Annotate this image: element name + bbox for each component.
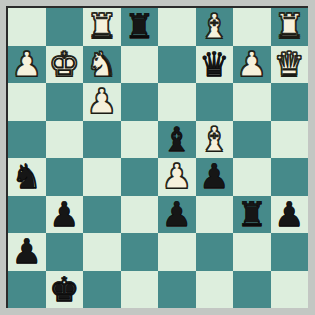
square-b8[interactable]: [46, 8, 84, 46]
white-pawn[interactable]: ♟: [12, 46, 42, 84]
square-h4[interactable]: [271, 158, 309, 196]
black-pawn[interactable]: ♟: [12, 233, 42, 271]
square-e8[interactable]: [158, 8, 196, 46]
square-c4[interactable]: [83, 158, 121, 196]
black-rook[interactable]: ♜: [237, 196, 267, 234]
square-g2[interactable]: [233, 233, 271, 271]
square-d4[interactable]: [121, 158, 159, 196]
black-pawn[interactable]: ♟: [162, 196, 192, 234]
square-e3[interactable]: ♟: [158, 196, 196, 234]
black-rook[interactable]: ♜: [124, 8, 154, 46]
square-e6[interactable]: [158, 83, 196, 121]
black-queen[interactable]: ♛: [199, 46, 229, 84]
square-d2[interactable]: [121, 233, 159, 271]
square-b3[interactable]: ♟: [46, 196, 84, 234]
square-a7[interactable]: ♟: [8, 46, 46, 84]
chess-board: ♜♜♝♜♟♚♞♛♟♛♟♝♝♞♟♟♟♟♜♟♟♚: [6, 6, 308, 308]
black-knight[interactable]: ♞: [12, 158, 42, 196]
square-c6[interactable]: ♟: [83, 83, 121, 121]
square-f1[interactable]: [196, 271, 234, 309]
square-b5[interactable]: [46, 121, 84, 159]
square-b1[interactable]: ♚: [46, 271, 84, 309]
square-h3[interactable]: ♟: [271, 196, 309, 234]
square-b4[interactable]: [46, 158, 84, 196]
white-queen[interactable]: ♛: [274, 46, 304, 84]
square-f5[interactable]: ♝: [196, 121, 234, 159]
square-a1[interactable]: [8, 271, 46, 309]
square-a8[interactable]: [8, 8, 46, 46]
square-a4[interactable]: ♞: [8, 158, 46, 196]
square-d8[interactable]: ♜: [121, 8, 159, 46]
board-frame: ♜♜♝♜♟♚♞♛♟♛♟♝♝♞♟♟♟♟♜♟♟♚: [0, 0, 315, 315]
square-c3[interactable]: [83, 196, 121, 234]
square-g6[interactable]: [233, 83, 271, 121]
white-pawn[interactable]: ♟: [237, 46, 267, 84]
square-a6[interactable]: [8, 83, 46, 121]
square-h2[interactable]: [271, 233, 309, 271]
square-b7[interactable]: ♚: [46, 46, 84, 84]
square-g1[interactable]: [233, 271, 271, 309]
black-pawn[interactable]: ♟: [199, 158, 229, 196]
square-c8[interactable]: ♜: [83, 8, 121, 46]
square-h5[interactable]: [271, 121, 309, 159]
square-g8[interactable]: [233, 8, 271, 46]
square-g5[interactable]: [233, 121, 271, 159]
square-c1[interactable]: [83, 271, 121, 309]
square-c2[interactable]: [83, 233, 121, 271]
square-f6[interactable]: [196, 83, 234, 121]
square-h8[interactable]: ♜: [271, 8, 309, 46]
white-rook[interactable]: ♜: [274, 8, 304, 46]
white-king[interactable]: ♚: [49, 46, 79, 84]
square-a3[interactable]: [8, 196, 46, 234]
square-d6[interactable]: [121, 83, 159, 121]
square-h1[interactable]: [271, 271, 309, 309]
square-d7[interactable]: [121, 46, 159, 84]
square-e2[interactable]: [158, 233, 196, 271]
white-rook[interactable]: ♜: [87, 8, 117, 46]
square-b6[interactable]: [46, 83, 84, 121]
square-g7[interactable]: ♟: [233, 46, 271, 84]
square-d3[interactable]: [121, 196, 159, 234]
square-e5[interactable]: ♝: [158, 121, 196, 159]
white-knight[interactable]: ♞: [87, 46, 117, 84]
square-g3[interactable]: ♜: [233, 196, 271, 234]
square-e1[interactable]: [158, 271, 196, 309]
square-h7[interactable]: ♛: [271, 46, 309, 84]
white-bishop[interactable]: ♝: [199, 8, 229, 46]
black-king[interactable]: ♚: [49, 271, 79, 309]
square-d1[interactable]: [121, 271, 159, 309]
square-c7[interactable]: ♞: [83, 46, 121, 84]
square-h6[interactable]: [271, 83, 309, 121]
white-bishop[interactable]: ♝: [199, 121, 229, 159]
square-f8[interactable]: ♝: [196, 8, 234, 46]
square-e7[interactable]: [158, 46, 196, 84]
square-a2[interactable]: ♟: [8, 233, 46, 271]
square-f2[interactable]: [196, 233, 234, 271]
square-f3[interactable]: [196, 196, 234, 234]
white-pawn[interactable]: ♟: [87, 83, 117, 121]
square-a5[interactable]: [8, 121, 46, 159]
square-g4[interactable]: [233, 158, 271, 196]
square-c5[interactable]: [83, 121, 121, 159]
square-f4[interactable]: ♟: [196, 158, 234, 196]
square-d5[interactable]: [121, 121, 159, 159]
black-pawn[interactable]: ♟: [49, 196, 79, 234]
square-f7[interactable]: ♛: [196, 46, 234, 84]
square-b2[interactable]: [46, 233, 84, 271]
black-bishop[interactable]: ♝: [162, 121, 192, 159]
black-pawn[interactable]: ♟: [274, 196, 304, 234]
square-e4[interactable]: ♟: [158, 158, 196, 196]
white-pawn[interactable]: ♟: [162, 158, 192, 196]
